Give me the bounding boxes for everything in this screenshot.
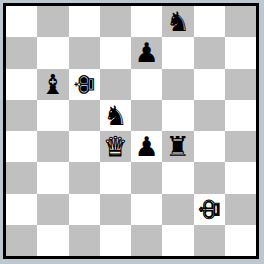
- black-rotated-king-icon: ♚: [71, 72, 98, 96]
- black-knight-icon: ♞: [166, 8, 190, 35]
- square-a4[interactable]: [6, 131, 37, 162]
- square-c1[interactable]: [69, 225, 100, 256]
- square-a1[interactable]: [6, 225, 37, 256]
- square-d8[interactable]: [100, 6, 131, 37]
- black-bishop-icon: ♝: [41, 71, 65, 98]
- square-f7[interactable]: [162, 37, 193, 68]
- square-h1[interactable]: [225, 225, 256, 256]
- square-h2[interactable]: [225, 194, 256, 225]
- square-a6[interactable]: [6, 69, 37, 100]
- black-pawn-icon: ♟: [135, 133, 159, 160]
- black-knight-icon: ♞: [103, 102, 127, 129]
- board: ♞♟♝♚♞♛♟♜♚: [3, 3, 259, 259]
- square-c7[interactable]: [69, 37, 100, 68]
- square-b4[interactable]: [37, 131, 68, 162]
- square-d6[interactable]: [100, 69, 131, 100]
- square-f1[interactable]: [162, 225, 193, 256]
- square-c4[interactable]: [69, 131, 100, 162]
- square-f5[interactable]: [162, 100, 193, 131]
- square-f4[interactable]: ♜: [162, 131, 193, 162]
- square-e4[interactable]: ♟: [131, 131, 162, 162]
- square-a7[interactable]: [6, 37, 37, 68]
- square-b6[interactable]: ♝: [37, 69, 68, 100]
- square-a2[interactable]: [6, 194, 37, 225]
- square-d7[interactable]: [100, 37, 131, 68]
- square-e5[interactable]: [131, 100, 162, 131]
- square-e2[interactable]: [131, 194, 162, 225]
- square-g2[interactable]: ♚: [194, 194, 225, 225]
- square-b8[interactable]: [37, 6, 68, 37]
- square-d3[interactable]: [100, 162, 131, 193]
- square-g3[interactable]: [194, 162, 225, 193]
- square-a8[interactable]: [6, 6, 37, 37]
- square-e7[interactable]: ♟: [131, 37, 162, 68]
- square-e6[interactable]: [131, 69, 162, 100]
- square-h4[interactable]: [225, 131, 256, 162]
- square-h7[interactable]: [225, 37, 256, 68]
- black-pawn-icon: ♟: [135, 39, 159, 66]
- square-b2[interactable]: [37, 194, 68, 225]
- square-h8[interactable]: [225, 6, 256, 37]
- square-b5[interactable]: [37, 100, 68, 131]
- square-g4[interactable]: [194, 131, 225, 162]
- square-g1[interactable]: [194, 225, 225, 256]
- square-a3[interactable]: [6, 162, 37, 193]
- square-d2[interactable]: [100, 194, 131, 225]
- square-h6[interactable]: [225, 69, 256, 100]
- square-e8[interactable]: [131, 6, 162, 37]
- black-rook-icon: ♜: [166, 133, 190, 160]
- square-c2[interactable]: [69, 194, 100, 225]
- square-d5[interactable]: ♞: [100, 100, 131, 131]
- square-h3[interactable]: [225, 162, 256, 193]
- square-f2[interactable]: [162, 194, 193, 225]
- square-f3[interactable]: [162, 162, 193, 193]
- square-g7[interactable]: [194, 37, 225, 68]
- square-f8[interactable]: ♞: [162, 6, 193, 37]
- square-d1[interactable]: [100, 225, 131, 256]
- square-d4[interactable]: ♛: [100, 131, 131, 162]
- square-e1[interactable]: [131, 225, 162, 256]
- square-e3[interactable]: [131, 162, 162, 193]
- square-b7[interactable]: [37, 37, 68, 68]
- square-b3[interactable]: [37, 162, 68, 193]
- square-c6[interactable]: ♚: [69, 69, 100, 100]
- square-h5[interactable]: [225, 100, 256, 131]
- square-c5[interactable]: [69, 100, 100, 131]
- square-f6[interactable]: [162, 69, 193, 100]
- square-b1[interactable]: [37, 225, 68, 256]
- square-c8[interactable]: [69, 6, 100, 37]
- square-g6[interactable]: [194, 69, 225, 100]
- square-c3[interactable]: [69, 162, 100, 193]
- white-queen-icon: ♛: [103, 133, 127, 160]
- square-a5[interactable]: [6, 100, 37, 131]
- square-g5[interactable]: [194, 100, 225, 131]
- chess-diagram-frame: ♞♟♝♚♞♛♟♜♚: [0, 0, 264, 264]
- square-g8[interactable]: [194, 6, 225, 37]
- white-rotated-king-icon: ♚: [196, 197, 223, 221]
